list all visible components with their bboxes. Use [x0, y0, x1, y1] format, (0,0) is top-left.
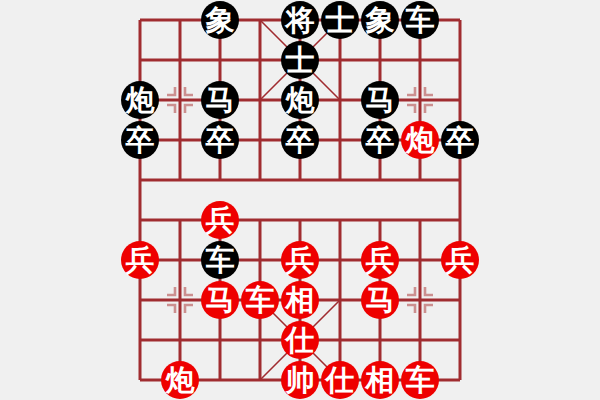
xiangqi-app: 象将士象车士炮马炮马卒卒卒卒炮卒兵兵车兵兵兵马车相马仕炮帅仕相车: [0, 0, 600, 400]
piece-red-elephant[interactable]: 相: [281, 281, 319, 319]
piece-red-pawn[interactable]: 兵: [201, 201, 239, 239]
piece-black-pawn[interactable]: 卒: [281, 121, 319, 159]
piece-red-cannon[interactable]: 炮: [161, 361, 199, 399]
board-point[interactable]: [240, 160, 280, 200]
xiangqi-board: 象将士象车士炮马炮马卒卒卒卒炮卒兵兵车兵兵兵马车相马仕炮帅仕相车: [120, 0, 480, 400]
board-point[interactable]: [440, 280, 480, 320]
board-point[interactable]: [160, 0, 200, 40]
piece-red-rook[interactable]: 车: [401, 361, 439, 399]
board-point[interactable]: [360, 160, 400, 200]
board-point[interactable]: [240, 80, 280, 120]
piece-black-pawn[interactable]: 卒: [361, 121, 399, 159]
board-point[interactable]: [160, 280, 200, 320]
board-point[interactable]: [360, 320, 400, 360]
piece-red-elephant[interactable]: 相: [361, 361, 399, 399]
board-point[interactable]: [440, 80, 480, 120]
board-point[interactable]: 车: [400, 360, 440, 400]
piece-red-pawn[interactable]: 兵: [441, 241, 479, 279]
piece-black-elephant[interactable]: 象: [361, 1, 399, 39]
piece-red-king[interactable]: 帅: [281, 361, 319, 399]
piece-red-pawn[interactable]: 兵: [361, 241, 399, 279]
board-point[interactable]: [320, 240, 360, 280]
board-point[interactable]: [160, 80, 200, 120]
piece-black-pawn[interactable]: 卒: [121, 121, 159, 159]
board-point[interactable]: 炮: [400, 120, 440, 160]
piece-black-king[interactable]: 将: [281, 1, 319, 39]
board-point[interactable]: [160, 240, 200, 280]
piece-black-pawn[interactable]: 卒: [201, 121, 239, 159]
board-point[interactable]: [440, 40, 480, 80]
board-point[interactable]: [400, 280, 440, 320]
board-point[interactable]: 兵: [200, 200, 240, 240]
piece-red-cannon[interactable]: 炮: [401, 121, 439, 159]
board-point[interactable]: 车: [200, 240, 240, 280]
board-point[interactable]: [400, 240, 440, 280]
piece-red-pawn[interactable]: 兵: [121, 241, 159, 279]
board-point[interactable]: 卒: [360, 120, 400, 160]
board-point[interactable]: 仕: [280, 320, 320, 360]
board-point[interactable]: 兵: [280, 240, 320, 280]
board-point[interactable]: [320, 280, 360, 320]
board-point[interactable]: 士: [320, 0, 360, 40]
board-point[interactable]: 马: [360, 280, 400, 320]
piece-red-rook[interactable]: 车: [241, 281, 279, 319]
piece-red-horse[interactable]: 马: [361, 281, 399, 319]
board-point[interactable]: [440, 0, 480, 40]
piece-black-advisor[interactable]: 士: [321, 1, 359, 39]
piece-red-pawn[interactable]: 兵: [281, 241, 319, 279]
board-point[interactable]: 马: [360, 80, 400, 120]
board-point[interactable]: [400, 200, 440, 240]
piece-black-cannon[interactable]: 炮: [121, 81, 159, 119]
board-point[interactable]: 马: [200, 80, 240, 120]
piece-red-advisor[interactable]: 仕: [321, 361, 359, 399]
board-point[interactable]: 相: [360, 360, 400, 400]
piece-black-rook[interactable]: 车: [201, 241, 239, 279]
board-point[interactable]: [160, 160, 200, 200]
board-point[interactable]: [160, 320, 200, 360]
board-point[interactable]: [400, 80, 440, 120]
board-point[interactable]: [240, 40, 280, 80]
board-point[interactable]: [160, 120, 200, 160]
board-point[interactable]: [440, 160, 480, 200]
board-point[interactable]: 仕: [320, 360, 360, 400]
board-point[interactable]: 炮: [280, 80, 320, 120]
board-point[interactable]: [320, 120, 360, 160]
piece-red-advisor[interactable]: 仕: [281, 321, 319, 359]
board-point[interactable]: [240, 360, 280, 400]
board-point[interactable]: 卒: [440, 120, 480, 160]
board-point[interactable]: [120, 320, 160, 360]
board-point[interactable]: 车: [400, 0, 440, 40]
board-point[interactable]: [160, 40, 200, 80]
board-point[interactable]: [200, 360, 240, 400]
board-point[interactable]: [440, 200, 480, 240]
board-point[interactable]: [240, 120, 280, 160]
piece-black-cannon[interactable]: 炮: [281, 81, 319, 119]
board-point[interactable]: 帅: [280, 360, 320, 400]
piece-red-horse[interactable]: 马: [201, 281, 239, 319]
board-point[interactable]: [440, 360, 480, 400]
board-point[interactable]: [360, 200, 400, 240]
board-point[interactable]: 兵: [120, 240, 160, 280]
board-point[interactable]: [400, 160, 440, 200]
board-point[interactable]: [360, 40, 400, 80]
board-point[interactable]: [120, 40, 160, 80]
board-point[interactable]: [320, 320, 360, 360]
board-point[interactable]: [200, 160, 240, 200]
board-point[interactable]: 象: [360, 0, 400, 40]
board-point[interactable]: 炮: [160, 360, 200, 400]
board-point[interactable]: 相: [280, 280, 320, 320]
piece-black-rook[interactable]: 车: [401, 1, 439, 39]
board-point[interactable]: 马: [200, 280, 240, 320]
board-point[interactable]: [320, 40, 360, 80]
board-point[interactable]: [280, 160, 320, 200]
board-point[interactable]: [200, 320, 240, 360]
board-point[interactable]: 士: [280, 40, 320, 80]
board-point[interactable]: [240, 320, 280, 360]
piece-black-pawn[interactable]: 卒: [441, 121, 479, 159]
board-point[interactable]: [120, 360, 160, 400]
board-point[interactable]: 将: [280, 0, 320, 40]
board-point[interactable]: 卒: [200, 120, 240, 160]
board-point[interactable]: 象: [200, 0, 240, 40]
board-point[interactable]: [240, 240, 280, 280]
board-point[interactable]: [400, 320, 440, 360]
board-point[interactable]: [120, 160, 160, 200]
board-point[interactable]: [400, 40, 440, 80]
board-point[interactable]: 兵: [440, 240, 480, 280]
board-point[interactable]: [120, 200, 160, 240]
board-point[interactable]: [280, 200, 320, 240]
board-point[interactable]: 车: [240, 280, 280, 320]
board-point[interactable]: [320, 200, 360, 240]
board-point[interactable]: [120, 0, 160, 40]
board-point[interactable]: [440, 320, 480, 360]
board-point[interactable]: [120, 280, 160, 320]
board-point[interactable]: [320, 160, 360, 200]
board-point[interactable]: [160, 200, 200, 240]
board-point[interactable]: 炮: [120, 80, 160, 120]
board-point[interactable]: 兵: [360, 240, 400, 280]
piece-black-elephant[interactable]: 象: [201, 1, 239, 39]
piece-black-horse[interactable]: 马: [361, 81, 399, 119]
board-point[interactable]: [240, 0, 280, 40]
board-point[interactable]: [240, 200, 280, 240]
board-point[interactable]: 卒: [120, 120, 160, 160]
piece-black-horse[interactable]: 马: [201, 81, 239, 119]
piece-black-advisor[interactable]: 士: [281, 41, 319, 79]
board-point[interactable]: [200, 40, 240, 80]
board-point[interactable]: [320, 80, 360, 120]
board-point[interactable]: 卒: [280, 120, 320, 160]
